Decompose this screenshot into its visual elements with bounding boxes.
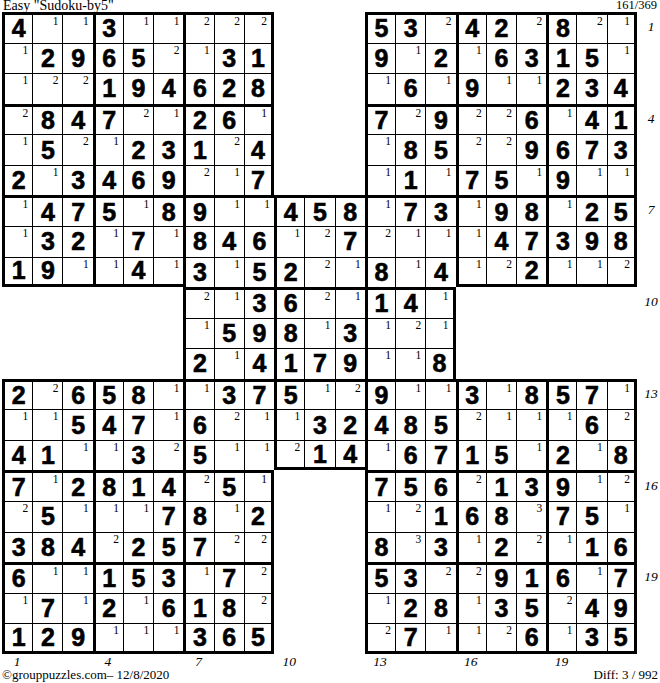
cell-r10c12[interactable]: 1 <box>335 287 365 318</box>
cell-r18c18[interactable]: 2 <box>516 532 546 563</box>
cell-r18c5[interactable]: 2 <box>123 532 153 563</box>
cell-r20c9[interactable]: 2 <box>244 593 274 624</box>
cell-r5c5[interactable]: 2 <box>123 134 153 165</box>
cell-r8c1[interactable]: 1 <box>2 226 32 257</box>
cell-r15c21[interactable]: 8 <box>607 440 637 471</box>
cell-r20c6[interactable]: 6 <box>153 593 183 624</box>
cell-r7c14[interactable]: 7 <box>395 195 425 226</box>
cell-r15c13[interactable]: 1 <box>365 440 395 471</box>
cell-r7c18[interactable]: 8 <box>516 195 546 226</box>
cell-r2c2[interactable]: 2 <box>32 43 62 74</box>
cell-r6c18[interactable]: 1 <box>516 165 546 196</box>
cell-r4c18[interactable]: 6 <box>516 104 546 135</box>
cell-r18c14[interactable]: 3 <box>395 532 425 563</box>
cell-r13c21[interactable]: 1 <box>607 379 637 410</box>
cell-r5c3[interactable]: 2 <box>62 134 92 165</box>
cell-r5c6[interactable]: 3 <box>153 134 183 165</box>
cell-r8c13[interactable]: 2 <box>365 226 395 257</box>
cell-r3c21[interactable]: 4 <box>607 73 637 104</box>
cell-r11c7[interactable]: 1 <box>183 318 213 349</box>
cell-r4c13[interactable]: 7 <box>365 104 395 135</box>
cell-r7c7[interactable]: 9 <box>183 195 213 226</box>
cell-r12c9[interactable]: 4 <box>244 348 274 379</box>
cell-r16c20[interactable]: 1 <box>576 470 606 501</box>
cell-r8c10[interactable]: 1 <box>274 226 304 257</box>
cell-r19c7[interactable]: 1 <box>183 562 213 593</box>
cell-r19c19[interactable]: 6 <box>546 562 576 593</box>
cell-r2c14[interactable]: 1 <box>395 43 425 74</box>
cell-r16c18[interactable]: 3 <box>516 470 546 501</box>
cell-r16c13[interactable]: 7 <box>365 470 395 501</box>
cell-r9c3[interactable]: 1 <box>62 257 92 288</box>
cell-r14c3[interactable]: 5 <box>62 409 92 440</box>
cell-r17c9[interactable]: 2 <box>244 501 274 532</box>
cell-r13c5[interactable]: 8 <box>123 379 153 410</box>
cell-r6c9[interactable]: 7 <box>244 165 274 196</box>
cell-r8c20[interactable]: 9 <box>576 226 606 257</box>
cell-r7c17[interactable]: 9 <box>486 195 516 226</box>
cell-r18c6[interactable]: 5 <box>153 532 183 563</box>
cell-r12c15[interactable]: 8 <box>425 348 455 379</box>
cell-r16c5[interactable]: 1 <box>123 470 153 501</box>
cell-r2c3[interactable]: 9 <box>62 43 92 74</box>
cell-r12c8[interactable]: 1 <box>214 348 244 379</box>
cell-r1c21[interactable]: 1 <box>607 12 637 43</box>
cell-r6c5[interactable]: 6 <box>123 165 153 196</box>
cell-r14c20[interactable]: 6 <box>576 409 606 440</box>
cell-r7c15[interactable]: 3 <box>425 195 455 226</box>
cell-r15c12[interactable]: 4 <box>335 440 365 471</box>
cell-r16c15[interactable]: 6 <box>425 470 455 501</box>
cell-r13c14[interactable]: 1 <box>395 379 425 410</box>
cell-r18c7[interactable]: 7 <box>183 532 213 563</box>
cell-r4c8[interactable]: 6 <box>214 104 244 135</box>
cell-r13c12[interactable]: 2 <box>335 379 365 410</box>
cell-r1c19[interactable]: 8 <box>546 12 576 43</box>
cell-r4c3[interactable]: 4 <box>62 104 92 135</box>
cell-r21c21[interactable]: 5 <box>607 623 637 654</box>
cell-r14c5[interactable]: 7 <box>123 409 153 440</box>
cell-r10c14[interactable]: 4 <box>395 287 425 318</box>
cell-r20c5[interactable]: 1 <box>123 593 153 624</box>
cell-r21c8[interactable]: 6 <box>214 623 244 654</box>
cell-r12c12[interactable]: 9 <box>335 348 365 379</box>
cell-r14c13[interactable]: 4 <box>365 409 395 440</box>
cell-r4c14[interactable]: 2 <box>395 104 425 135</box>
cell-r16c7[interactable]: 2 <box>183 470 213 501</box>
cell-r19c3[interactable]: 1 <box>62 562 92 593</box>
cell-r2c17[interactable]: 6 <box>486 43 516 74</box>
cell-r17c19[interactable]: 7 <box>546 501 576 532</box>
cell-r18c20[interactable]: 1 <box>576 532 606 563</box>
cell-r9c20[interactable]: 1 <box>576 257 606 288</box>
cell-r20c1[interactable]: 1 <box>2 593 32 624</box>
cell-r8c18[interactable]: 7 <box>516 226 546 257</box>
cell-r14c4[interactable]: 4 <box>93 409 123 440</box>
cell-r16c17[interactable]: 1 <box>486 470 516 501</box>
cell-r1c13[interactable]: 5 <box>365 12 395 43</box>
cell-r1c6[interactable]: 1 <box>153 12 183 43</box>
cell-r2c6[interactable]: 2 <box>153 43 183 74</box>
cell-r9c15[interactable]: 4 <box>425 257 455 288</box>
cell-r5c4[interactable]: 1 <box>93 134 123 165</box>
cell-r6c1[interactable]: 2 <box>2 165 32 196</box>
cell-r7c9[interactable]: 1 <box>244 195 274 226</box>
cell-r9c10[interactable]: 2 <box>274 257 304 288</box>
cell-r3c8[interactable]: 2 <box>214 73 244 104</box>
cell-r6c2[interactable]: 1 <box>32 165 62 196</box>
cell-r7c1[interactable]: 1 <box>2 195 32 226</box>
cell-r17c1[interactable]: 2 <box>2 501 32 532</box>
cell-r15c8[interactable]: 1 <box>214 440 244 471</box>
cell-r11c13[interactable]: 1 <box>365 318 395 349</box>
cell-r5c18[interactable]: 9 <box>516 134 546 165</box>
cell-r7c13[interactable]: 1 <box>365 195 395 226</box>
cell-r12c11[interactable]: 7 <box>304 348 334 379</box>
cell-r7c6[interactable]: 8 <box>153 195 183 226</box>
cell-r5c19[interactable]: 6 <box>546 134 576 165</box>
cell-r8c6[interactable]: 1 <box>153 226 183 257</box>
cell-r7c12[interactable]: 8 <box>335 195 365 226</box>
cell-r18c9[interactable]: 2 <box>244 532 274 563</box>
cell-r20c3[interactable]: 1 <box>62 593 92 624</box>
cell-r8c16[interactable]: 1 <box>456 226 486 257</box>
cell-r17c21[interactable]: 1 <box>607 501 637 532</box>
cell-r9c7[interactable]: 3 <box>183 257 213 288</box>
cell-r15c19[interactable]: 2 <box>546 440 576 471</box>
cell-r3c4[interactable]: 1 <box>93 73 123 104</box>
cell-r17c5[interactable]: 1 <box>123 501 153 532</box>
cell-r7c10[interactable]: 4 <box>274 195 304 226</box>
cell-r9c5[interactable]: 4 <box>123 257 153 288</box>
cell-r21c9[interactable]: 5 <box>244 623 274 654</box>
cell-r18c13[interactable]: 8 <box>365 532 395 563</box>
cell-r14c9[interactable]: 1 <box>244 409 274 440</box>
cell-r17c3[interactable]: 1 <box>62 501 92 532</box>
cell-r2c13[interactable]: 9 <box>365 43 395 74</box>
cell-r17c7[interactable]: 8 <box>183 501 213 532</box>
cell-r13c8[interactable]: 3 <box>214 379 244 410</box>
cell-r6c13[interactable]: 1 <box>365 165 395 196</box>
cell-r21c6[interactable]: 1 <box>153 623 183 654</box>
cell-r16c19[interactable]: 9 <box>546 470 576 501</box>
cell-r6c7[interactable]: 2 <box>183 165 213 196</box>
cell-r1c1[interactable]: 4 <box>2 12 32 43</box>
cell-r1c3[interactable]: 1 <box>62 12 92 43</box>
cell-r1c18[interactable]: 2 <box>516 12 546 43</box>
cell-r18c16[interactable]: 1 <box>456 532 486 563</box>
cell-r19c2[interactable]: 1 <box>32 562 62 593</box>
cell-r8c11[interactable]: 2 <box>304 226 334 257</box>
cell-r5c21[interactable]: 3 <box>607 134 637 165</box>
cell-r21c19[interactable]: 1 <box>546 623 576 654</box>
cell-r17c4[interactable]: 1 <box>93 501 123 532</box>
cell-r1c17[interactable]: 2 <box>486 12 516 43</box>
cell-r2c7[interactable]: 1 <box>183 43 213 74</box>
cell-r7c21[interactable]: 5 <box>607 195 637 226</box>
cell-r6c4[interactable]: 4 <box>93 165 123 196</box>
cell-r6c8[interactable]: 1 <box>214 165 244 196</box>
cell-r14c6[interactable]: 1 <box>153 409 183 440</box>
cell-r21c20[interactable]: 3 <box>576 623 606 654</box>
cell-r7c8[interactable]: 1 <box>214 195 244 226</box>
cell-r8c8[interactable]: 4 <box>214 226 244 257</box>
cell-r19c9[interactable]: 2 <box>244 562 274 593</box>
cell-r3c7[interactable]: 6 <box>183 73 213 104</box>
cell-r15c15[interactable]: 7 <box>425 440 455 471</box>
cell-r4c21[interactable]: 1 <box>607 104 637 135</box>
cell-r9c18[interactable]: 2 <box>516 257 546 288</box>
cell-r10c9[interactable]: 3 <box>244 287 274 318</box>
cell-r18c15[interactable]: 3 <box>425 532 455 563</box>
cell-r15c14[interactable]: 6 <box>395 440 425 471</box>
cell-r16c16[interactable]: 2 <box>456 470 486 501</box>
cell-r15c10[interactable]: 2 <box>274 440 304 471</box>
cell-r6c20[interactable]: 1 <box>576 165 606 196</box>
cell-r9c6[interactable]: 1 <box>153 257 183 288</box>
cell-r20c21[interactable]: 9 <box>607 593 637 624</box>
cell-r13c4[interactable]: 5 <box>93 379 123 410</box>
cell-r15c3[interactable]: 1 <box>62 440 92 471</box>
cell-r18c4[interactable]: 2 <box>93 532 123 563</box>
cell-r9c1[interactable]: 1 <box>2 257 32 288</box>
cell-r3c5[interactable]: 9 <box>123 73 153 104</box>
cell-r14c12[interactable]: 2 <box>335 409 365 440</box>
cell-r8c7[interactable]: 8 <box>183 226 213 257</box>
cell-r13c10[interactable]: 5 <box>274 379 304 410</box>
cell-r11c10[interactable]: 8 <box>274 318 304 349</box>
cell-r6c19[interactable]: 9 <box>546 165 576 196</box>
cell-r8c4[interactable]: 1 <box>93 226 123 257</box>
cell-r4c17[interactable]: 2 <box>486 104 516 135</box>
cell-r5c8[interactable]: 2 <box>214 134 244 165</box>
cell-r13c15[interactable]: 1 <box>425 379 455 410</box>
cell-r21c2[interactable]: 2 <box>32 623 62 654</box>
cell-r13c1[interactable]: 2 <box>2 379 32 410</box>
cell-r19c1[interactable]: 6 <box>2 562 32 593</box>
cell-r7c19[interactable]: 1 <box>546 195 576 226</box>
cell-r9c11[interactable]: 2 <box>304 257 334 288</box>
cell-r19c21[interactable]: 7 <box>607 562 637 593</box>
cell-r19c20[interactable]: 1 <box>576 562 606 593</box>
cell-r19c16[interactable]: 2 <box>456 562 486 593</box>
cell-r7c11[interactable]: 5 <box>304 195 334 226</box>
cell-r21c17[interactable]: 2 <box>486 623 516 654</box>
cell-r14c14[interactable]: 8 <box>395 409 425 440</box>
cell-r3c15[interactable]: 1 <box>425 73 455 104</box>
cell-r17c13[interactable]: 1 <box>365 501 395 532</box>
cell-r15c2[interactable]: 1 <box>32 440 62 471</box>
cell-r9c12[interactable]: 1 <box>335 257 365 288</box>
cell-r4c9[interactable]: 1 <box>244 104 274 135</box>
cell-r7c2[interactable]: 4 <box>32 195 62 226</box>
cell-r2c5[interactable]: 5 <box>123 43 153 74</box>
cell-r21c18[interactable]: 6 <box>516 623 546 654</box>
cell-r2c9[interactable]: 1 <box>244 43 274 74</box>
cell-r15c4[interactable]: 1 <box>93 440 123 471</box>
cell-r14c19[interactable]: 1 <box>546 409 576 440</box>
cell-r4c20[interactable]: 4 <box>576 104 606 135</box>
cell-r14c2[interactable]: 1 <box>32 409 62 440</box>
cell-r5c9[interactable]: 4 <box>244 134 274 165</box>
cell-r6c6[interactable]: 9 <box>153 165 183 196</box>
cell-r13c13[interactable]: 9 <box>365 379 395 410</box>
cell-r4c19[interactable]: 1 <box>546 104 576 135</box>
cell-r3c17[interactable]: 1 <box>486 73 516 104</box>
cell-r10c13[interactable]: 1 <box>365 287 395 318</box>
cell-r16c1[interactable]: 7 <box>2 470 32 501</box>
cell-r17c6[interactable]: 7 <box>153 501 183 532</box>
cell-r9c19[interactable]: 1 <box>546 257 576 288</box>
cell-r15c16[interactable]: 1 <box>456 440 486 471</box>
cell-r1c9[interactable]: 2 <box>244 12 274 43</box>
cell-r19c17[interactable]: 9 <box>486 562 516 593</box>
cell-r2c4[interactable]: 6 <box>93 43 123 74</box>
cell-r19c14[interactable]: 3 <box>395 562 425 593</box>
cell-r3c3[interactable]: 2 <box>62 73 92 104</box>
cell-r17c18[interactable]: 3 <box>516 501 546 532</box>
cell-r21c16[interactable]: 1 <box>456 623 486 654</box>
cell-r9c13[interactable]: 8 <box>365 257 395 288</box>
cell-r14c21[interactable]: 2 <box>607 409 637 440</box>
cell-r13c3[interactable]: 6 <box>62 379 92 410</box>
cell-r6c15[interactable]: 1 <box>425 165 455 196</box>
cell-r5c1[interactable]: 1 <box>2 134 32 165</box>
cell-r20c14[interactable]: 2 <box>395 593 425 624</box>
cell-r1c5[interactable]: 1 <box>123 12 153 43</box>
cell-r15c1[interactable]: 4 <box>2 440 32 471</box>
cell-r20c16[interactable]: 1 <box>456 593 486 624</box>
cell-r9c4[interactable]: 1 <box>93 257 123 288</box>
cell-r15c18[interactable]: 1 <box>516 440 546 471</box>
cell-r19c4[interactable]: 1 <box>93 562 123 593</box>
cell-r7c5[interactable]: 1 <box>123 195 153 226</box>
cell-r18c17[interactable]: 2 <box>486 532 516 563</box>
cell-r4c2[interactable]: 8 <box>32 104 62 135</box>
cell-r16c9[interactable]: 1 <box>244 470 274 501</box>
cell-r8c5[interactable]: 7 <box>123 226 153 257</box>
cell-r20c2[interactable]: 7 <box>32 593 62 624</box>
cell-r5c20[interactable]: 7 <box>576 134 606 165</box>
cell-r4c4[interactable]: 7 <box>93 104 123 135</box>
cell-r5c15[interactable]: 5 <box>425 134 455 165</box>
cell-r19c18[interactable]: 1 <box>516 562 546 593</box>
cell-r13c16[interactable]: 3 <box>456 379 486 410</box>
cell-r11c8[interactable]: 5 <box>214 318 244 349</box>
cell-r12c10[interactable]: 1 <box>274 348 304 379</box>
cell-r16c3[interactable]: 2 <box>62 470 92 501</box>
cell-r17c14[interactable]: 2 <box>395 501 425 532</box>
cell-r3c14[interactable]: 6 <box>395 73 425 104</box>
cell-r3c19[interactable]: 2 <box>546 73 576 104</box>
cell-r11c15[interactable]: 1 <box>425 318 455 349</box>
cell-r13c11[interactable]: 1 <box>304 379 334 410</box>
cell-r9c21[interactable]: 2 <box>607 257 637 288</box>
cell-r13c18[interactable]: 8 <box>516 379 546 410</box>
cell-r13c19[interactable]: 5 <box>546 379 576 410</box>
cell-r3c18[interactable]: 1 <box>516 73 546 104</box>
cell-r9c16[interactable]: 1 <box>456 257 486 288</box>
cell-r7c4[interactable]: 5 <box>93 195 123 226</box>
cell-r4c16[interactable]: 2 <box>456 104 486 135</box>
cell-r20c18[interactable]: 5 <box>516 593 546 624</box>
cell-r20c15[interactable]: 8 <box>425 593 455 624</box>
cell-r1c4[interactable]: 3 <box>93 12 123 43</box>
cell-r5c16[interactable]: 2 <box>456 134 486 165</box>
cell-r1c15[interactable]: 2 <box>425 12 455 43</box>
cell-r14c10[interactable]: 1 <box>274 409 304 440</box>
cell-r20c20[interactable]: 4 <box>576 593 606 624</box>
cell-r9c8[interactable]: 1 <box>214 257 244 288</box>
cell-r4c6[interactable]: 1 <box>153 104 183 135</box>
cell-r15c7[interactable]: 5 <box>183 440 213 471</box>
cell-r19c13[interactable]: 5 <box>365 562 395 593</box>
cell-r2c1[interactable]: 1 <box>2 43 32 74</box>
cell-r14c7[interactable]: 6 <box>183 409 213 440</box>
cell-r12c14[interactable]: 1 <box>395 348 425 379</box>
cell-r3c20[interactable]: 3 <box>576 73 606 104</box>
cell-r21c7[interactable]: 3 <box>183 623 213 654</box>
cell-r1c7[interactable]: 2 <box>183 12 213 43</box>
cell-r1c14[interactable]: 3 <box>395 12 425 43</box>
cell-r5c2[interactable]: 5 <box>32 134 62 165</box>
cell-r9c17[interactable]: 2 <box>486 257 516 288</box>
cell-r17c20[interactable]: 5 <box>576 501 606 532</box>
cell-r1c2[interactable]: 1 <box>32 12 62 43</box>
cell-r20c19[interactable]: 2 <box>546 593 576 624</box>
cell-r9c9[interactable]: 5 <box>244 257 274 288</box>
cell-r15c20[interactable]: 1 <box>576 440 606 471</box>
cell-r2c16[interactable]: 1 <box>456 43 486 74</box>
cell-r19c8[interactable]: 7 <box>214 562 244 593</box>
cell-r14c15[interactable]: 5 <box>425 409 455 440</box>
cell-r8c14[interactable]: 1 <box>395 226 425 257</box>
cell-r4c15[interactable]: 9 <box>425 104 455 135</box>
cell-r20c7[interactable]: 1 <box>183 593 213 624</box>
cell-r3c9[interactable]: 8 <box>244 73 274 104</box>
cell-r18c1[interactable]: 3 <box>2 532 32 563</box>
cell-r5c7[interactable]: 1 <box>183 134 213 165</box>
cell-r6c3[interactable]: 3 <box>62 165 92 196</box>
cell-r19c15[interactable]: 2 <box>425 562 455 593</box>
cell-r16c4[interactable]: 8 <box>93 470 123 501</box>
cell-r3c13[interactable]: 1 <box>365 73 395 104</box>
cell-r21c15[interactable]: 1 <box>425 623 455 654</box>
cell-r18c19[interactable]: 1 <box>546 532 576 563</box>
cell-r2c15[interactable]: 2 <box>425 43 455 74</box>
cell-r1c8[interactable]: 2 <box>214 12 244 43</box>
cell-r17c16[interactable]: 6 <box>456 501 486 532</box>
cell-r13c17[interactable]: 1 <box>486 379 516 410</box>
cell-r8c12[interactable]: 7 <box>335 226 365 257</box>
cell-r19c5[interactable]: 5 <box>123 562 153 593</box>
cell-r2c21[interactable]: 1 <box>607 43 637 74</box>
cell-r2c8[interactable]: 3 <box>214 43 244 74</box>
cell-r7c3[interactable]: 7 <box>62 195 92 226</box>
cell-r6c14[interactable]: 1 <box>395 165 425 196</box>
cell-r3c2[interactable]: 2 <box>32 73 62 104</box>
cell-r21c4[interactable]: 1 <box>93 623 123 654</box>
cell-r16c14[interactable]: 5 <box>395 470 425 501</box>
cell-r7c16[interactable]: 1 <box>456 195 486 226</box>
cell-r14c18[interactable]: 1 <box>516 409 546 440</box>
cell-r1c16[interactable]: 4 <box>456 12 486 43</box>
cell-r11c12[interactable]: 3 <box>335 318 365 349</box>
cell-r11c9[interactable]: 9 <box>244 318 274 349</box>
cell-r9c14[interactable]: 1 <box>395 257 425 288</box>
cell-r16c21[interactable]: 2 <box>607 470 637 501</box>
cell-r20c13[interactable]: 1 <box>365 593 395 624</box>
